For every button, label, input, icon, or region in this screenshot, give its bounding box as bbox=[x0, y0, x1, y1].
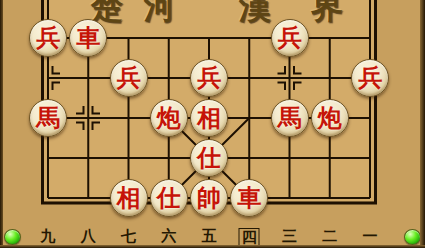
file-label-九: 九 bbox=[41, 228, 56, 245]
piece-red-pawn[interactable]: 兵 bbox=[110, 59, 148, 97]
piece-glyph: 相 bbox=[117, 186, 141, 210]
piece-glyph: 兵 bbox=[117, 66, 141, 90]
piece-glyph: 兵 bbox=[197, 66, 221, 90]
piece-red-pawn[interactable]: 兵 bbox=[271, 19, 309, 57]
piece-red-advisor[interactable]: 仕 bbox=[190, 139, 228, 177]
piece-red-pawn[interactable]: 兵 bbox=[190, 59, 228, 97]
piece-red-elephant[interactable]: 相 bbox=[110, 179, 148, 217]
piece-red-chariot[interactable]: 車 bbox=[69, 19, 107, 57]
river-char: 河 bbox=[144, 0, 176, 23]
status-indicator-left bbox=[4, 229, 21, 245]
piece-glyph: 車 bbox=[237, 186, 261, 210]
file-label-二: 二 bbox=[322, 228, 337, 245]
file-label-三: 三 bbox=[282, 228, 297, 245]
file-label-八: 八 bbox=[81, 228, 96, 245]
piece-glyph: 兵 bbox=[278, 26, 302, 50]
piece-glyph: 帥 bbox=[197, 186, 221, 210]
piece-red-pawn[interactable]: 兵 bbox=[351, 59, 389, 97]
piece-glyph: 馬 bbox=[36, 106, 60, 130]
river-char: 漢 bbox=[239, 0, 271, 23]
river-char: 楚 bbox=[91, 0, 123, 23]
piece-glyph: 仕 bbox=[157, 186, 181, 210]
file-label-七: 七 bbox=[121, 228, 136, 245]
piece-glyph: 兵 bbox=[358, 66, 382, 90]
file-label-五: 五 bbox=[202, 228, 217, 245]
file-label-一: 一 bbox=[363, 228, 378, 245]
piece-red-elephant[interactable]: 相 bbox=[190, 99, 228, 137]
piece-red-cannon[interactable]: 炮 bbox=[311, 99, 349, 137]
window-edge-right bbox=[420, 0, 425, 248]
piece-glyph: 相 bbox=[197, 106, 221, 130]
window-edge-left bbox=[0, 0, 3, 248]
piece-glyph: 兵 bbox=[36, 26, 60, 50]
piece-glyph: 炮 bbox=[157, 106, 181, 130]
piece-red-cannon[interactable]: 炮 bbox=[150, 99, 188, 137]
piece-glyph: 車 bbox=[76, 26, 100, 50]
piece-glyph: 仕 bbox=[197, 146, 221, 170]
file-label-六: 六 bbox=[161, 228, 176, 245]
piece-red-pawn[interactable]: 兵 bbox=[29, 19, 67, 57]
piece-red-horse[interactable]: 馬 bbox=[271, 99, 309, 137]
piece-red-advisor[interactable]: 仕 bbox=[150, 179, 188, 217]
piece-red-chariot[interactable]: 車 bbox=[230, 179, 268, 217]
piece-glyph: 馬 bbox=[278, 106, 302, 130]
xiangqi-window: 楚河漢界 兵車兵兵兵兵馬炮相馬炮仕相仕帥車 九八七六五四三二一 bbox=[0, 0, 425, 248]
file-label-四: 四 bbox=[239, 228, 260, 247]
piece-glyph: 炮 bbox=[318, 106, 342, 130]
piece-red-general[interactable]: 帥 bbox=[190, 179, 228, 217]
piece-red-horse[interactable]: 馬 bbox=[29, 99, 67, 137]
river-char: 界 bbox=[311, 0, 343, 23]
status-indicator-right bbox=[404, 229, 421, 245]
